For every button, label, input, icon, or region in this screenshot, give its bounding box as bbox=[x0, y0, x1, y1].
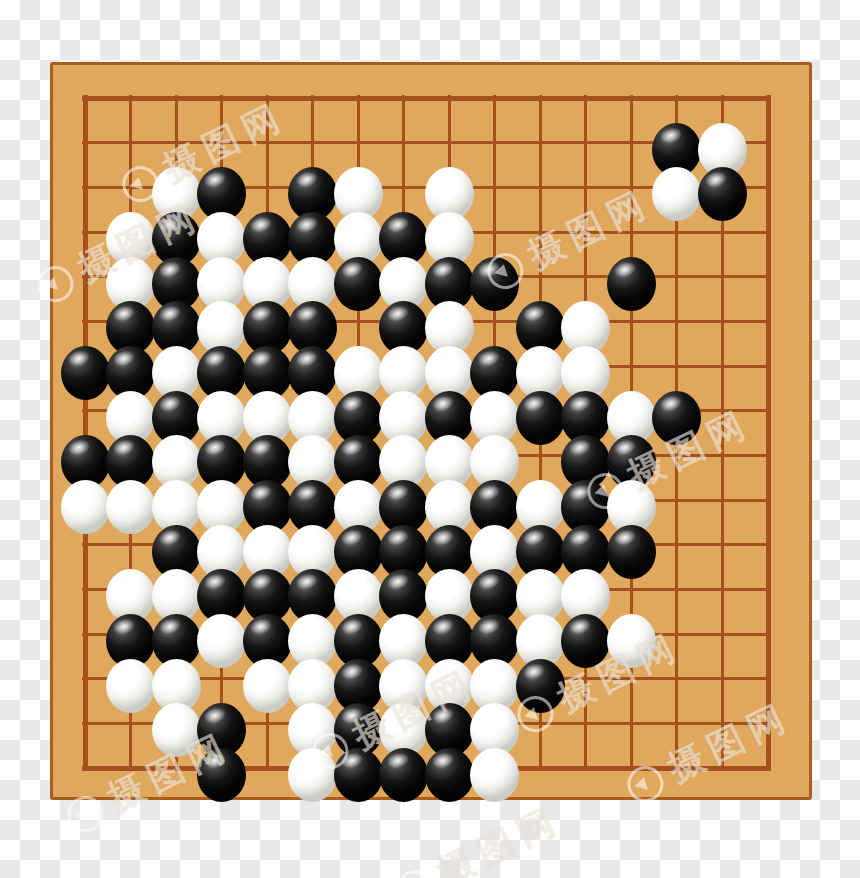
stone-white[interactable] bbox=[106, 659, 155, 713]
stone-white[interactable] bbox=[197, 614, 246, 668]
stone-white[interactable] bbox=[288, 748, 337, 802]
stone-white[interactable] bbox=[652, 167, 701, 221]
screenshot-root: { "game": "go (weiqi) board illustration… bbox=[0, 0, 860, 878]
stone-black[interactable] bbox=[607, 525, 656, 579]
stone-black[interactable] bbox=[607, 257, 656, 311]
stone-black[interactable] bbox=[61, 346, 110, 400]
watermark: 摄图网 bbox=[388, 795, 569, 878]
stone-black[interactable] bbox=[425, 748, 474, 802]
stone-white[interactable] bbox=[106, 480, 155, 534]
grid-line-v bbox=[766, 95, 771, 771]
stone-white[interactable] bbox=[243, 659, 292, 713]
watermark-logo-icon bbox=[391, 864, 439, 878]
stone-black[interactable] bbox=[197, 748, 246, 802]
stone-white[interactable] bbox=[607, 614, 656, 668]
stone-black[interactable] bbox=[470, 257, 519, 311]
grid-line-h bbox=[82, 96, 771, 101]
stone-black[interactable] bbox=[516, 659, 565, 713]
stone-black[interactable] bbox=[561, 614, 610, 668]
grid-line-v bbox=[83, 95, 88, 771]
stone-black[interactable] bbox=[516, 391, 565, 445]
stone-black[interactable] bbox=[379, 748, 428, 802]
stone-white[interactable] bbox=[152, 703, 201, 757]
watermark-text: 摄图网 bbox=[430, 795, 570, 878]
stone-black[interactable] bbox=[334, 748, 383, 802]
stone-white[interactable] bbox=[470, 748, 519, 802]
go-board bbox=[50, 62, 812, 800]
stone-black[interactable] bbox=[652, 391, 701, 445]
stone-black[interactable] bbox=[334, 257, 383, 311]
stone-white[interactable] bbox=[61, 480, 110, 534]
stone-black[interactable] bbox=[698, 167, 747, 221]
